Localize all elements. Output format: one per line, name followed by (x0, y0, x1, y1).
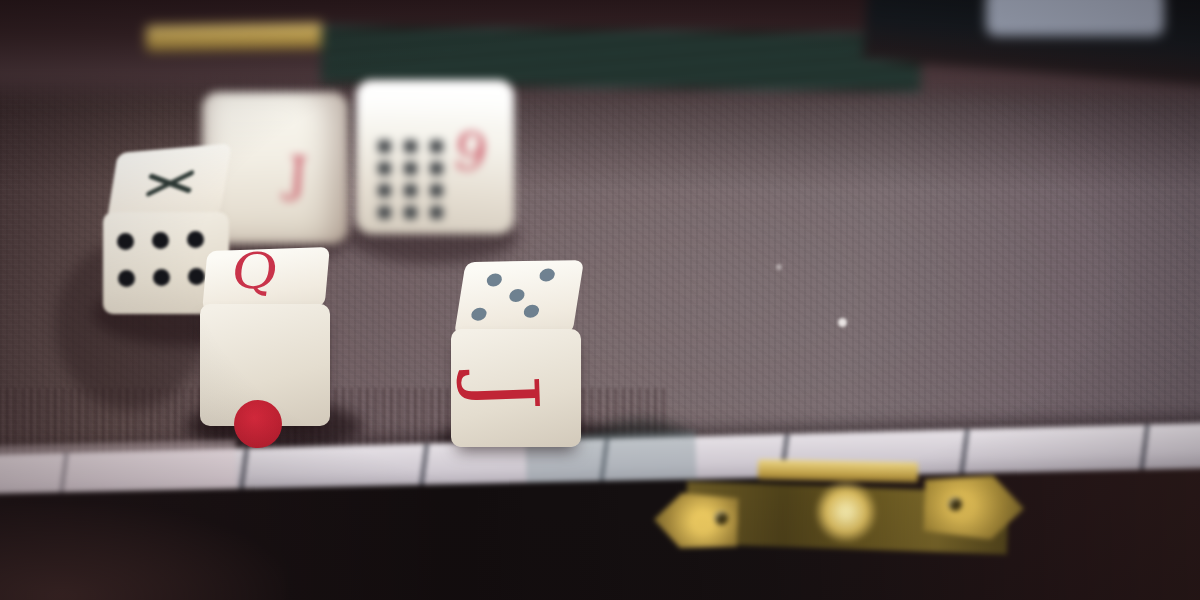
front-centre-die: J (449, 257, 591, 449)
pip (523, 305, 540, 318)
dust-speck (838, 318, 847, 327)
dust-speck (776, 264, 782, 270)
die-letter-q: Q (229, 246, 281, 295)
die-top-face-five (454, 260, 584, 336)
pip (378, 162, 391, 175)
die-letter-j: J (461, 374, 550, 412)
dice-case-photo: J J 9 Q (0, 0, 1200, 600)
die-pip-grid (368, 136, 452, 228)
clasp-top-bar (758, 459, 918, 482)
pip (404, 206, 417, 219)
pip (404, 140, 417, 153)
pip (378, 206, 391, 219)
wall-maroon-corner (0, 505, 286, 600)
pip (378, 140, 391, 153)
die-letter: J (286, 149, 309, 198)
pip (539, 268, 556, 281)
pip (378, 184, 391, 197)
pip (118, 270, 135, 287)
front-left-die: Q (198, 247, 334, 427)
pip (486, 273, 503, 286)
pip (430, 140, 443, 153)
pip (430, 162, 443, 175)
pip (404, 162, 417, 175)
pip (404, 184, 417, 197)
die-front-face-ace (200, 304, 330, 426)
case-front-edge (0, 385, 1200, 600)
case-top-rim (0, 0, 1200, 106)
pip (187, 231, 204, 248)
pip (153, 269, 170, 286)
back-right-die: 9 (356, 80, 514, 234)
clasp-highlight (814, 481, 878, 543)
brass-hinge-bar (146, 22, 324, 51)
pip (430, 206, 443, 219)
ace-pip (234, 400, 282, 448)
pip (152, 232, 169, 249)
pip (117, 233, 134, 250)
pip (470, 308, 487, 321)
pip (430, 184, 443, 197)
die-front-face-jack: J (451, 329, 581, 447)
pip (508, 289, 525, 302)
crossed-mark-icon (140, 166, 200, 201)
rim-highlight (986, 0, 1164, 36)
